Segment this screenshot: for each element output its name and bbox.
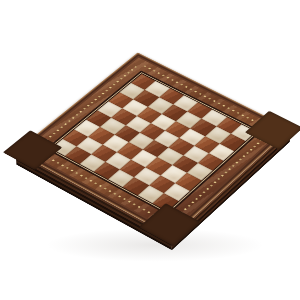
square-e4 (143, 140, 169, 157)
square-h6 (209, 143, 235, 160)
square-b1 (65, 146, 91, 163)
square-h4 (187, 163, 213, 181)
square-f1 (123, 177, 149, 195)
square-e1 (108, 169, 134, 187)
square-e3 (131, 150, 157, 167)
square-h5 (198, 153, 224, 171)
square-g2 (149, 175, 175, 193)
square-f4 (157, 148, 183, 165)
square-h1 (152, 193, 178, 211)
chess-board (16, 52, 291, 236)
product-photo-stage (0, 0, 300, 300)
square-f3 (146, 157, 172, 175)
board-top-face (16, 52, 291, 236)
square-c2 (91, 144, 117, 161)
square-g1 (137, 185, 163, 203)
square-g3 (160, 165, 186, 183)
scene (0, 0, 300, 300)
square-g5 (183, 145, 209, 162)
square-a1 (51, 139, 77, 156)
square-d2 (105, 152, 131, 170)
square-g4 (172, 155, 198, 173)
square-e2 (120, 159, 146, 177)
square-c1 (79, 154, 105, 172)
square-f2 (134, 167, 160, 185)
square-h2 (164, 183, 190, 201)
square-d1 (94, 162, 120, 180)
inlay-border-right (170, 132, 272, 223)
square-f5 (168, 138, 194, 155)
square-d3 (117, 142, 143, 159)
square-h3 (175, 173, 201, 191)
